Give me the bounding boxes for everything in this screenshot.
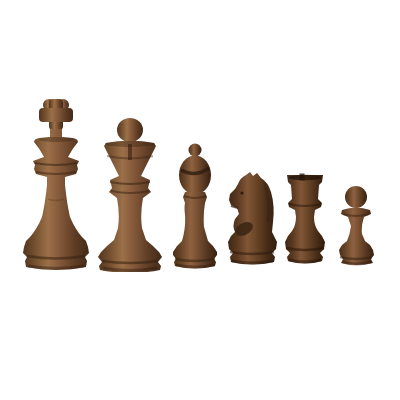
king-icon (23, 99, 89, 272)
bishop-icon (172, 143, 218, 270)
chess-piece-pawn (338, 185, 375, 266)
chess-piece-queen (98, 118, 162, 272)
pawn-icon (338, 185, 375, 266)
rook-icon (284, 173, 326, 266)
chess-piece-knight (228, 172, 277, 267)
queen-icon (98, 118, 162, 272)
product-photo (0, 0, 400, 400)
chess-piece-rook (284, 173, 326, 266)
chess-piece-bishop (172, 143, 218, 270)
knight-icon (228, 172, 277, 267)
chess-piece-king (23, 99, 89, 272)
